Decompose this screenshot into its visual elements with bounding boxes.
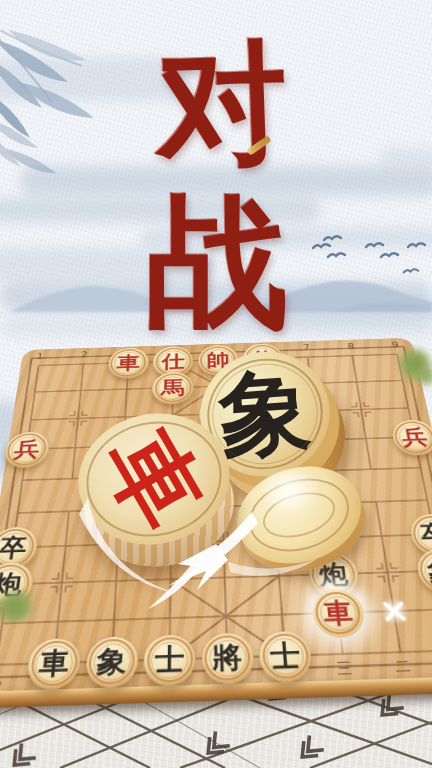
file-label-top: 8: [347, 342, 355, 351]
bamboo-leaves-icon: [0, 30, 170, 180]
file-label-bottom: 三: [336, 658, 353, 679]
battle-splash-screen: 对 战 123456789 九八: [0, 0, 432, 768]
file-label-top: 1: [36, 351, 44, 361]
leaf-icon: [414, 366, 432, 386]
highlight: [250, 472, 330, 508]
file-label-top: 2: [80, 350, 88, 360]
title-char-dui: 对: [154, 36, 291, 173]
birds-icon: [300, 230, 432, 282]
file-label-bottom: 二: [394, 656, 412, 677]
watercolor-wash: [380, 148, 432, 166]
title-char-zhan: 战: [146, 190, 288, 332]
sparkle-effect: [376, 596, 412, 626]
